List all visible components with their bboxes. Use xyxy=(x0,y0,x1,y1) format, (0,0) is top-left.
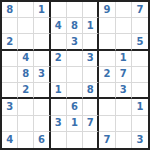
cell-r4c7-empty[interactable] xyxy=(99,51,115,67)
cell-r6c4-given: 1 xyxy=(51,83,67,99)
cell-r1c6-empty[interactable] xyxy=(83,2,99,18)
sudoku-board: 81974812354231832721833613174673 xyxy=(0,0,150,150)
cell-r3c2-empty[interactable] xyxy=(18,34,34,50)
cell-r3c7-empty[interactable] xyxy=(99,34,115,50)
cell-r6c1-empty[interactable] xyxy=(2,83,18,99)
cell-r7c9-given: 1 xyxy=(132,99,148,115)
cell-r4c8-given: 1 xyxy=(116,51,132,67)
cell-r9c8-empty[interactable] xyxy=(116,132,132,148)
cell-r3c4-empty[interactable] xyxy=(51,34,67,50)
cell-r7c2-empty[interactable] xyxy=(18,99,34,115)
cell-r1c2-empty[interactable] xyxy=(18,2,34,18)
cell-r3c8-empty[interactable] xyxy=(116,34,132,50)
cell-r5c8-given: 7 xyxy=(116,67,132,83)
cell-r6c7-empty[interactable] xyxy=(99,83,115,99)
cell-r2c1-empty[interactable] xyxy=(2,18,18,34)
cell-r8c4-given: 3 xyxy=(51,116,67,132)
cell-r4c1-empty[interactable] xyxy=(2,51,18,67)
cell-r6c3-empty[interactable] xyxy=(34,83,50,99)
cell-r2c4-given: 4 xyxy=(51,18,67,34)
cell-r3c5-given: 3 xyxy=(67,34,83,50)
cell-r2c9-empty[interactable] xyxy=(132,18,148,34)
cell-r2c6-given: 1 xyxy=(83,18,99,34)
cell-r5c9-empty[interactable] xyxy=(132,67,148,83)
cell-r7c5-given: 6 xyxy=(67,99,83,115)
cell-r4c6-given: 3 xyxy=(83,51,99,67)
cell-r8c9-empty[interactable] xyxy=(132,116,148,132)
cell-r9c7-given: 7 xyxy=(99,132,115,148)
cell-r5c5-empty[interactable] xyxy=(67,67,83,83)
cell-r6c2-given: 2 xyxy=(18,83,34,99)
cell-r8c6-given: 7 xyxy=(83,116,99,132)
cell-r5c3-given: 3 xyxy=(34,67,50,83)
cell-r5c6-empty[interactable] xyxy=(83,67,99,83)
cell-r2c5-given: 8 xyxy=(67,18,83,34)
cell-r5c2-given: 8 xyxy=(18,67,34,83)
cell-r1c5-empty[interactable] xyxy=(67,2,83,18)
cell-r7c8-empty[interactable] xyxy=(116,99,132,115)
cell-r4c2-given: 4 xyxy=(18,51,34,67)
cell-r9c4-empty[interactable] xyxy=(51,132,67,148)
cell-r9c3-given: 6 xyxy=(34,132,50,148)
cell-r7c6-empty[interactable] xyxy=(83,99,99,115)
cell-r9c6-empty[interactable] xyxy=(83,132,99,148)
cell-r2c8-empty[interactable] xyxy=(116,18,132,34)
cell-r6c8-given: 3 xyxy=(116,83,132,99)
cell-r5c4-empty[interactable] xyxy=(51,67,67,83)
cell-r1c7-given: 9 xyxy=(99,2,115,18)
cell-r7c4-empty[interactable] xyxy=(51,99,67,115)
cell-r4c9-empty[interactable] xyxy=(132,51,148,67)
cell-r1c8-empty[interactable] xyxy=(116,2,132,18)
cell-r8c2-empty[interactable] xyxy=(18,116,34,132)
cell-r6c9-empty[interactable] xyxy=(132,83,148,99)
cell-r6c5-empty[interactable] xyxy=(67,83,83,99)
cell-r1c3-given: 1 xyxy=(34,2,50,18)
cell-r8c7-empty[interactable] xyxy=(99,116,115,132)
cell-r3c6-empty[interactable] xyxy=(83,34,99,50)
cell-r5c7-given: 2 xyxy=(99,67,115,83)
cell-r3c3-empty[interactable] xyxy=(34,34,50,50)
cell-r5c1-empty[interactable] xyxy=(2,67,18,83)
cell-r2c3-empty[interactable] xyxy=(34,18,50,34)
cell-r8c5-given: 1 xyxy=(67,116,83,132)
cell-r3c1-given: 2 xyxy=(2,34,18,50)
cell-r7c7-empty[interactable] xyxy=(99,99,115,115)
cell-r4c5-empty[interactable] xyxy=(67,51,83,67)
cell-r8c8-empty[interactable] xyxy=(116,116,132,132)
cell-r4c4-given: 2 xyxy=(51,51,67,67)
cell-r2c2-empty[interactable] xyxy=(18,18,34,34)
cell-r1c1-given: 8 xyxy=(2,2,18,18)
cell-r1c4-empty[interactable] xyxy=(51,2,67,18)
cell-r9c2-empty[interactable] xyxy=(18,132,34,148)
cell-r7c1-given: 3 xyxy=(2,99,18,115)
cell-r3c9-given: 5 xyxy=(132,34,148,50)
cell-r4c3-empty[interactable] xyxy=(34,51,50,67)
cell-r8c1-empty[interactable] xyxy=(2,116,18,132)
cell-r9c1-given: 4 xyxy=(2,132,18,148)
cell-r2c7-empty[interactable] xyxy=(99,18,115,34)
cell-r9c9-given: 3 xyxy=(132,132,148,148)
cell-r6c6-given: 8 xyxy=(83,83,99,99)
cell-r8c3-empty[interactable] xyxy=(34,116,50,132)
cell-r7c3-empty[interactable] xyxy=(34,99,50,115)
cell-r9c5-empty[interactable] xyxy=(67,132,83,148)
cell-r1c9-given: 7 xyxy=(132,2,148,18)
